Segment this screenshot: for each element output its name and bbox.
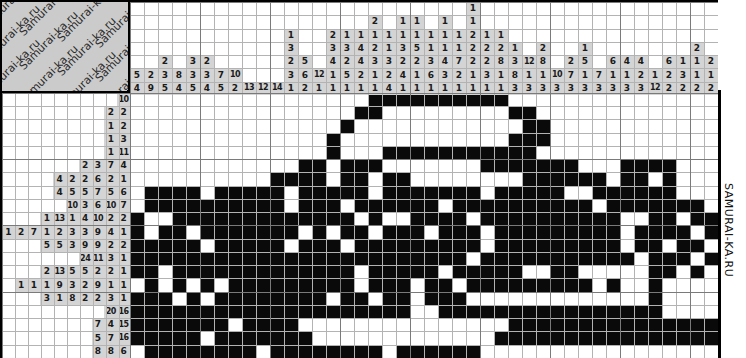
filled-cell[interactable] [172,265,186,278]
filled-cell[interactable] [256,318,270,331]
empty-cell[interactable] [508,292,522,305]
empty-cell[interactable] [592,93,606,106]
empty-cell[interactable] [200,173,214,186]
filled-cell[interactable] [606,279,620,292]
empty-cell[interactable] [536,345,550,358]
empty-cell[interactable] [158,173,172,186]
filled-cell[interactable] [494,159,508,172]
empty-cell[interactable] [186,159,200,172]
empty-cell[interactable] [200,106,214,119]
empty-cell[interactable] [620,292,634,305]
filled-cell[interactable] [382,199,396,212]
filled-cell[interactable] [214,305,228,318]
filled-cell[interactable] [592,186,606,199]
filled-cell[interactable] [648,265,662,278]
empty-cell[interactable] [214,173,228,186]
filled-cell[interactable] [382,226,396,239]
filled-cell[interactable] [256,292,270,305]
filled-cell[interactable] [508,186,522,199]
filled-cell[interactable] [130,292,144,305]
empty-cell[interactable] [256,159,270,172]
empty-cell[interactable] [354,120,368,133]
empty-cell[interactable] [326,106,340,119]
filled-cell[interactable] [634,199,648,212]
filled-cell[interactable] [452,292,466,305]
empty-cell[interactable] [676,265,690,278]
empty-cell[interactable] [130,199,144,212]
filled-cell[interactable] [438,252,452,265]
filled-cell[interactable] [284,226,298,239]
filled-cell[interactable] [410,186,424,199]
filled-cell[interactable] [172,239,186,252]
filled-cell[interactable] [494,279,508,292]
filled-cell[interactable] [172,345,186,358]
empty-cell[interactable] [676,146,690,159]
filled-cell[interactable] [480,252,494,265]
empty-cell[interactable] [550,120,564,133]
filled-cell[interactable] [662,199,676,212]
empty-cell[interactable] [158,212,172,225]
filled-cell[interactable] [396,226,410,239]
filled-cell[interactable] [382,186,396,199]
filled-cell[interactable] [592,318,606,331]
empty-cell[interactable] [270,159,284,172]
filled-cell[interactable] [410,93,424,106]
filled-cell[interactable] [298,279,312,292]
filled-cell[interactable] [186,292,200,305]
empty-cell[interactable] [522,265,536,278]
empty-cell[interactable] [662,106,676,119]
empty-cell[interactable] [606,292,620,305]
empty-cell[interactable] [676,159,690,172]
empty-cell[interactable] [424,173,438,186]
filled-cell[interactable] [522,252,536,265]
empty-cell[interactable] [634,106,648,119]
filled-cell[interactable] [298,252,312,265]
filled-cell[interactable] [396,279,410,292]
empty-cell[interactable] [648,173,662,186]
filled-cell[interactable] [214,239,228,252]
empty-cell[interactable] [690,305,704,318]
empty-cell[interactable] [704,106,718,119]
filled-cell[interactable] [536,239,550,252]
filled-cell[interactable] [592,173,606,186]
empty-cell[interactable] [578,106,592,119]
filled-cell[interactable] [410,265,424,278]
filled-cell[interactable] [620,305,634,318]
filled-cell[interactable] [270,345,284,358]
filled-cell[interactable] [662,318,676,331]
filled-cell[interactable] [256,226,270,239]
filled-cell[interactable] [214,226,228,239]
empty-cell[interactable] [242,133,256,146]
empty-cell[interactable] [704,239,718,252]
filled-cell[interactable] [130,305,144,318]
empty-cell[interactable] [172,133,186,146]
filled-cell[interactable] [228,292,242,305]
filled-cell[interactable] [256,305,270,318]
empty-cell[interactable] [326,173,340,186]
filled-cell[interactable] [158,305,172,318]
filled-cell[interactable] [172,199,186,212]
filled-cell[interactable] [186,239,200,252]
filled-cell[interactable] [508,146,522,159]
filled-cell[interactable] [298,199,312,212]
filled-cell[interactable] [536,173,550,186]
filled-cell[interactable] [494,226,508,239]
empty-cell[interactable] [130,279,144,292]
filled-cell[interactable] [172,226,186,239]
filled-cell[interactable] [382,305,396,318]
filled-cell[interactable] [480,305,494,318]
empty-cell[interactable] [214,159,228,172]
filled-cell[interactable] [648,332,662,345]
filled-cell[interactable] [340,305,354,318]
empty-cell[interactable] [592,159,606,172]
filled-cell[interactable] [312,173,326,186]
filled-cell[interactable] [662,186,676,199]
filled-cell[interactable] [508,252,522,265]
filled-cell[interactable] [340,252,354,265]
filled-cell[interactable] [172,332,186,345]
empty-cell[interactable] [508,173,522,186]
filled-cell[interactable] [550,332,564,345]
filled-cell[interactable] [452,265,466,278]
empty-cell[interactable] [256,345,270,358]
empty-cell[interactable] [606,159,620,172]
empty-cell[interactable] [606,106,620,119]
empty-cell[interactable] [256,146,270,159]
empty-cell[interactable] [228,120,242,133]
empty-cell[interactable] [634,279,648,292]
empty-cell[interactable] [480,173,494,186]
empty-cell[interactable] [536,265,550,278]
filled-cell[interactable] [340,159,354,172]
filled-cell[interactable] [466,305,480,318]
empty-cell[interactable] [382,106,396,119]
empty-cell[interactable] [634,133,648,146]
empty-cell[interactable] [200,133,214,146]
filled-cell[interactable] [130,239,144,252]
filled-cell[interactable] [466,93,480,106]
filled-cell[interactable] [522,199,536,212]
filled-cell[interactable] [606,239,620,252]
empty-cell[interactable] [368,292,382,305]
empty-cell[interactable] [326,318,340,331]
empty-cell[interactable] [662,120,676,133]
empty-cell[interactable] [648,120,662,133]
filled-cell[interactable] [564,212,578,225]
empty-cell[interactable] [270,106,284,119]
filled-cell[interactable] [634,332,648,345]
filled-cell[interactable] [354,239,368,252]
empty-cell[interactable] [312,93,326,106]
filled-cell[interactable] [438,212,452,225]
filled-cell[interactable] [424,265,438,278]
filled-cell[interactable] [648,212,662,225]
empty-cell[interactable] [256,106,270,119]
filled-cell[interactable] [256,252,270,265]
empty-cell[interactable] [536,93,550,106]
filled-cell[interactable] [606,212,620,225]
empty-cell[interactable] [382,133,396,146]
filled-cell[interactable] [284,212,298,225]
filled-cell[interactable] [634,173,648,186]
empty-cell[interactable] [508,120,522,133]
empty-cell[interactable] [550,106,564,119]
filled-cell[interactable] [690,199,704,212]
filled-cell[interactable] [284,173,298,186]
empty-cell[interactable] [172,173,186,186]
filled-cell[interactable] [648,159,662,172]
filled-cell[interactable] [200,252,214,265]
filled-cell[interactable] [508,265,522,278]
filled-cell[interactable] [438,93,452,106]
empty-cell[interactable] [228,159,242,172]
filled-cell[interactable] [578,239,592,252]
filled-cell[interactable] [228,239,242,252]
filled-cell[interactable] [382,279,396,292]
filled-cell[interactable] [200,279,214,292]
filled-cell[interactable] [550,159,564,172]
empty-cell[interactable] [186,120,200,133]
empty-cell[interactable] [144,93,158,106]
filled-cell[interactable] [354,226,368,239]
empty-cell[interactable] [480,345,494,358]
filled-cell[interactable] [130,332,144,345]
filled-cell[interactable] [284,279,298,292]
filled-cell[interactable] [592,332,606,345]
empty-cell[interactable] [634,212,648,225]
filled-cell[interactable] [522,239,536,252]
empty-cell[interactable] [242,106,256,119]
filled-cell[interactable] [452,345,466,358]
filled-cell[interactable] [578,252,592,265]
empty-cell[interactable] [690,279,704,292]
filled-cell[interactable] [690,212,704,225]
filled-cell[interactable] [522,120,536,133]
filled-cell[interactable] [270,305,284,318]
filled-cell[interactable] [536,212,550,225]
filled-cell[interactable] [340,265,354,278]
filled-cell[interactable] [606,318,620,331]
empty-cell[interactable] [438,133,452,146]
empty-cell[interactable] [676,120,690,133]
filled-cell[interactable] [312,292,326,305]
filled-cell[interactable] [326,279,340,292]
filled-cell[interactable] [536,186,550,199]
empty-cell[interactable] [144,226,158,239]
filled-cell[interactable] [200,318,214,331]
empty-cell[interactable] [144,106,158,119]
filled-cell[interactable] [508,226,522,239]
filled-cell[interactable] [368,305,382,318]
filled-cell[interactable] [298,159,312,172]
filled-cell[interactable] [396,93,410,106]
empty-cell[interactable] [704,159,718,172]
empty-cell[interactable] [578,159,592,172]
filled-cell[interactable] [340,279,354,292]
filled-cell[interactable] [242,279,256,292]
empty-cell[interactable] [326,226,340,239]
filled-cell[interactable] [508,199,522,212]
filled-cell[interactable] [130,226,144,239]
empty-cell[interactable] [158,120,172,133]
filled-cell[interactable] [536,120,550,133]
empty-cell[interactable] [158,279,172,292]
empty-cell[interactable] [466,252,480,265]
filled-cell[interactable] [578,332,592,345]
empty-cell[interactable] [452,133,466,146]
filled-cell[interactable] [522,305,536,318]
filled-cell[interactable] [536,226,550,239]
filled-cell[interactable] [424,239,438,252]
empty-cell[interactable] [592,133,606,146]
empty-cell[interactable] [452,279,466,292]
filled-cell[interactable] [130,265,144,278]
empty-cell[interactable] [396,332,410,345]
filled-cell[interactable] [326,199,340,212]
filled-cell[interactable] [242,212,256,225]
filled-cell[interactable] [648,199,662,212]
empty-cell[interactable] [466,212,480,225]
empty-cell[interactable] [704,345,718,358]
empty-cell[interactable] [606,345,620,358]
empty-cell[interactable] [438,106,452,119]
filled-cell[interactable] [298,212,312,225]
empty-cell[interactable] [564,93,578,106]
filled-cell[interactable] [606,332,620,345]
filled-cell[interactable] [242,305,256,318]
filled-cell[interactable] [452,146,466,159]
filled-cell[interactable] [354,159,368,172]
empty-cell[interactable] [648,146,662,159]
filled-cell[interactable] [270,173,284,186]
filled-cell[interactable] [340,292,354,305]
filled-cell[interactable] [172,186,186,199]
empty-cell[interactable] [662,305,676,318]
empty-cell[interactable] [256,133,270,146]
empty-cell[interactable] [424,226,438,239]
filled-cell[interactable] [242,292,256,305]
empty-cell[interactable] [564,292,578,305]
empty-cell[interactable] [410,318,424,331]
filled-cell[interactable] [228,265,242,278]
filled-cell[interactable] [522,226,536,239]
empty-cell[interactable] [270,133,284,146]
empty-cell[interactable] [284,239,298,252]
filled-cell[interactable] [536,133,550,146]
filled-cell[interactable] [368,106,382,119]
empty-cell[interactable] [158,106,172,119]
filled-cell[interactable] [200,265,214,278]
filled-cell[interactable] [312,279,326,292]
filled-cell[interactable] [690,239,704,252]
filled-cell[interactable] [522,106,536,119]
filled-cell[interactable] [662,332,676,345]
empty-cell[interactable] [494,133,508,146]
empty-cell[interactable] [424,159,438,172]
empty-cell[interactable] [676,292,690,305]
empty-cell[interactable] [578,93,592,106]
empty-cell[interactable] [396,318,410,331]
filled-cell[interactable] [592,252,606,265]
empty-cell[interactable] [298,146,312,159]
empty-cell[interactable] [494,120,508,133]
filled-cell[interactable] [382,252,396,265]
filled-cell[interactable] [396,146,410,159]
filled-cell[interactable] [396,292,410,305]
filled-cell[interactable] [298,265,312,278]
filled-cell[interactable] [536,332,550,345]
filled-cell[interactable] [242,332,256,345]
filled-cell[interactable] [452,239,466,252]
empty-cell[interactable] [298,133,312,146]
empty-cell[interactable] [228,93,242,106]
filled-cell[interactable] [242,345,256,358]
filled-cell[interactable] [648,226,662,239]
empty-cell[interactable] [396,212,410,225]
empty-cell[interactable] [354,146,368,159]
filled-cell[interactable] [326,265,340,278]
empty-cell[interactable] [704,133,718,146]
filled-cell[interactable] [256,332,270,345]
empty-cell[interactable] [396,106,410,119]
empty-cell[interactable] [284,146,298,159]
filled-cell[interactable] [452,212,466,225]
empty-cell[interactable] [466,332,480,345]
filled-cell[interactable] [284,305,298,318]
empty-cell[interactable] [228,146,242,159]
filled-cell[interactable] [578,305,592,318]
filled-cell[interactable] [704,318,718,331]
filled-cell[interactable] [662,252,676,265]
filled-cell[interactable] [564,305,578,318]
empty-cell[interactable] [606,173,620,186]
empty-cell[interactable] [158,146,172,159]
empty-cell[interactable] [382,159,396,172]
filled-cell[interactable] [522,318,536,331]
filled-cell[interactable] [354,305,368,318]
empty-cell[interactable] [634,252,648,265]
filled-cell[interactable] [480,159,494,172]
empty-cell[interactable] [172,159,186,172]
filled-cell[interactable] [466,239,480,252]
empty-cell[interactable] [704,292,718,305]
empty-cell[interactable] [592,265,606,278]
empty-cell[interactable] [676,133,690,146]
filled-cell[interactable] [172,305,186,318]
filled-cell[interactable] [676,318,690,331]
filled-cell[interactable] [620,199,634,212]
filled-cell[interactable] [256,199,270,212]
filled-cell[interactable] [382,173,396,186]
filled-cell[interactable] [298,292,312,305]
empty-cell[interactable] [690,292,704,305]
filled-cell[interactable] [410,226,424,239]
filled-cell[interactable] [536,159,550,172]
filled-cell[interactable] [550,252,564,265]
filled-cell[interactable] [200,226,214,239]
filled-cell[interactable] [494,186,508,199]
filled-cell[interactable] [340,186,354,199]
filled-cell[interactable] [550,279,564,292]
empty-cell[interactable] [704,199,718,212]
empty-cell[interactable] [592,292,606,305]
empty-cell[interactable] [382,345,396,358]
empty-cell[interactable] [200,159,214,172]
filled-cell[interactable] [424,186,438,199]
